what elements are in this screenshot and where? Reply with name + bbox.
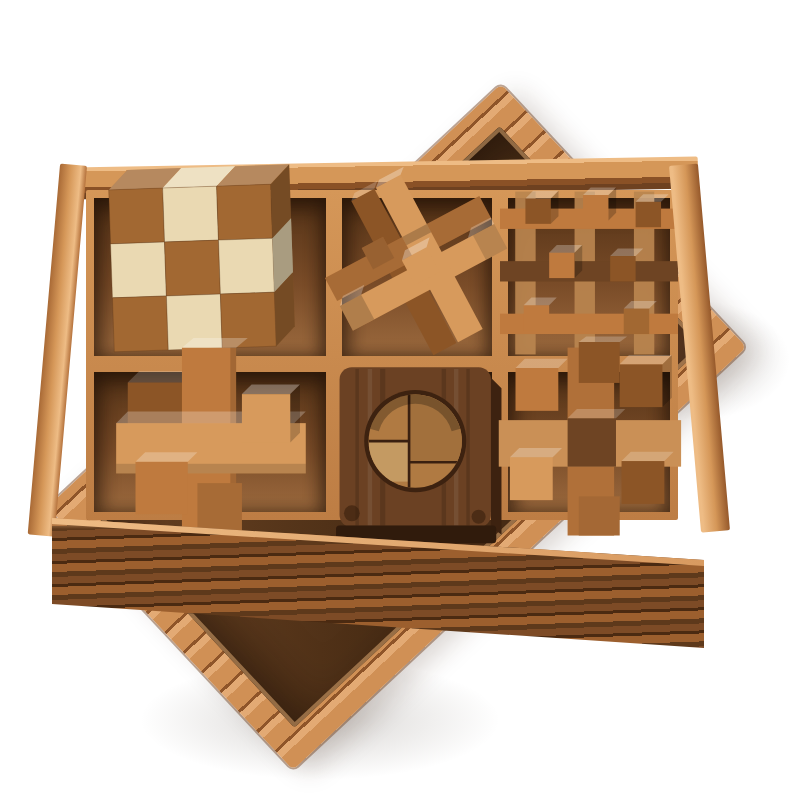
compartment-r2c3 [508, 372, 670, 512]
puzzle-snake-cube [96, 144, 324, 360]
puzzle-crystal-burr [491, 342, 687, 542]
puzzle-lattice-burr [500, 188, 678, 358]
product-photo-scene [0, 0, 794, 794]
puzzle-storage-tray [52, 156, 704, 626]
compartment-r1c2 [342, 198, 492, 356]
compartment-r1c1 [94, 198, 326, 356]
compartment-grid [86, 190, 678, 520]
puzzle-frame-cube [329, 358, 505, 548]
compartment-r2c1 [94, 372, 326, 512]
puzzle-corner-burr [108, 338, 312, 546]
compartment-r2c2 [342, 372, 492, 512]
puzzle-six-piece-burr [324, 172, 510, 358]
compartment-r1c3 [508, 198, 670, 356]
tray-left-wall [28, 164, 87, 537]
